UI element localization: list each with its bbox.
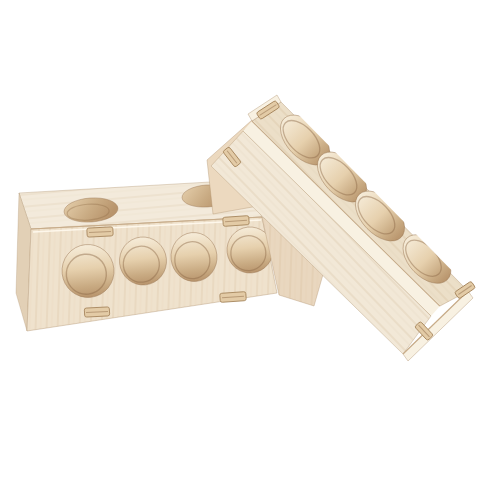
left-box-slot-top-right — [223, 216, 250, 227]
left-box-slot-bottom-left — [84, 307, 109, 317]
wooden-boxes-illustration — [0, 0, 500, 500]
left-box-slot-top-left — [87, 227, 113, 237]
product-photo — [0, 0, 500, 500]
left-box-slot-bottom-right — [220, 292, 247, 303]
